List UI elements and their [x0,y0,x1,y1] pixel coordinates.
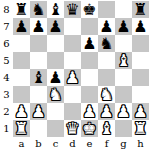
square-a1[interactable]: ♜ [13,120,30,137]
square-b5[interactable] [30,52,47,69]
square-b8[interactable]: ♞ [30,1,47,18]
rank-label-5: 5 [0,52,13,69]
square-h7[interactable]: ♟ [132,18,149,35]
square-d4[interactable]: ♟ [64,69,81,86]
square-d3[interactable] [64,86,81,103]
piece-black-rook: ♜ [14,1,28,18]
square-d2[interactable] [64,103,81,120]
square-f1[interactable]: ♝ [98,120,115,137]
square-h8[interactable]: ♜ [132,1,149,18]
square-g2[interactable]: ♟ [115,103,132,120]
square-f3[interactable]: ♞ [98,86,115,103]
piece-white-pawn: ♟ [65,69,79,86]
rank-label-6: 6 [0,35,13,52]
piece-white-rook: ♜ [133,120,147,137]
square-f6[interactable]: ♞ [98,35,115,52]
piece-white-pawn: ♟ [133,103,147,120]
square-f7[interactable]: ♟ [98,18,115,35]
square-c8[interactable]: ♝ [47,1,64,18]
file-label-c: c [47,137,64,149]
square-b1[interactable] [30,120,47,137]
file-label-d: d [64,137,81,149]
square-e1[interactable]: ♚ [81,120,98,137]
rank-label-1: 1 [0,120,13,137]
piece-white-bishop: ♝ [99,120,113,137]
rank-label-7: 7 [0,18,13,35]
piece-black-bishop: ♝ [48,1,62,18]
square-a3[interactable] [13,86,30,103]
square-d7[interactable] [64,18,81,35]
piece-black-queen: ♛ [65,1,79,18]
file-label-g: g [115,137,132,149]
piece-black-pawn: ♟ [82,35,96,52]
square-d5[interactable] [64,52,81,69]
rank-label-4: 4 [0,69,13,86]
square-e6[interactable]: ♟ [81,35,98,52]
chess-diagram: 87654321 ♜♞♝♛♚♜♟♟♟♟♟♟♟♞♝♝♟♟♞♞♟♟♟♟♟♟♜♛♚♝♜… [0,0,151,149]
square-e5[interactable] [81,52,98,69]
piece-white-rook: ♜ [14,120,28,137]
chess-board: ♜♞♝♛♚♜♟♟♟♟♟♟♟♞♝♝♟♟♞♞♟♟♟♟♟♟♜♛♚♝♜ [13,1,149,137]
square-g3[interactable] [115,86,132,103]
square-f4[interactable] [98,69,115,86]
square-h1[interactable]: ♜ [132,120,149,137]
file-label-b: b [30,137,47,149]
square-b7[interactable]: ♟ [30,18,47,35]
square-c6[interactable] [47,35,64,52]
piece-black-knight: ♞ [99,35,113,52]
square-a2[interactable]: ♟ [13,103,30,120]
square-h6[interactable] [132,35,149,52]
square-e7[interactable] [81,18,98,35]
square-g5[interactable]: ♝ [115,52,132,69]
square-d6[interactable] [64,35,81,52]
piece-white-pawn: ♟ [31,103,45,120]
square-h4[interactable] [132,69,149,86]
piece-black-king: ♚ [82,1,96,18]
square-g7[interactable]: ♟ [115,18,132,35]
square-c5[interactable] [47,52,64,69]
rank-labels: 87654321 [0,1,13,137]
file-label-a: a [13,137,30,149]
square-c1[interactable] [47,120,64,137]
square-a4[interactable] [13,69,30,86]
piece-black-pawn: ♟ [116,18,130,35]
square-c2[interactable] [47,103,64,120]
square-h2[interactable]: ♟ [132,103,149,120]
square-b2[interactable]: ♟ [30,103,47,120]
piece-white-pawn: ♟ [14,103,28,120]
rank-label-3: 3 [0,86,13,103]
piece-white-pawn: ♟ [99,103,113,120]
square-g4[interactable] [115,69,132,86]
square-a7[interactable]: ♟ [13,18,30,35]
square-f5[interactable] [98,52,115,69]
piece-black-pawn: ♟ [48,69,62,86]
piece-black-pawn: ♟ [133,18,147,35]
square-a6[interactable] [13,35,30,52]
square-c4[interactable]: ♟ [47,69,64,86]
piece-white-knight: ♞ [99,86,113,103]
square-d1[interactable]: ♛ [64,120,81,137]
file-labels: abcdefgh [13,137,149,149]
square-c3[interactable]: ♞ [47,86,64,103]
square-g1[interactable] [115,120,132,137]
piece-black-rook: ♜ [133,1,147,18]
rank-label-8: 8 [0,1,13,18]
square-e8[interactable]: ♚ [81,1,98,18]
piece-black-pawn: ♟ [31,18,45,35]
square-h3[interactable] [132,86,149,103]
piece-black-pawn: ♟ [48,18,62,35]
square-b4[interactable]: ♝ [30,69,47,86]
square-e2[interactable]: ♟ [81,103,98,120]
piece-black-pawn: ♟ [99,18,113,35]
piece-white-knight: ♞ [48,86,62,103]
piece-white-pawn: ♟ [116,103,130,120]
square-b3[interactable] [30,86,47,103]
square-a8[interactable]: ♜ [13,1,30,18]
piece-black-knight: ♞ [31,1,45,18]
rank-label-2: 2 [0,103,13,120]
square-c7[interactable]: ♟ [47,18,64,35]
square-a5[interactable] [13,52,30,69]
file-label-e: e [81,137,98,149]
piece-white-queen: ♛ [65,120,79,137]
piece-black-pawn: ♟ [14,18,28,35]
piece-black-bishop: ♝ [31,69,45,86]
file-label-h: h [132,137,149,149]
square-h5[interactable] [132,52,149,69]
piece-white-pawn: ♟ [82,103,96,120]
file-label-f: f [98,137,115,149]
square-g8[interactable] [115,1,132,18]
square-f2[interactable]: ♟ [98,103,115,120]
square-e4[interactable] [81,69,98,86]
square-b6[interactable] [30,35,47,52]
square-d8[interactable]: ♛ [64,1,81,18]
square-e3[interactable] [81,86,98,103]
piece-white-bishop: ♝ [116,52,130,69]
square-f8[interactable] [98,1,115,18]
square-g6[interactable] [115,35,132,52]
piece-white-king: ♚ [82,120,96,137]
